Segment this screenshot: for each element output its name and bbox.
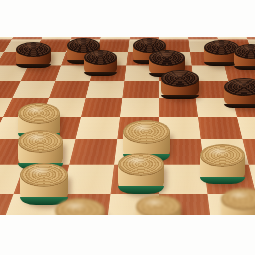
piece-felt-base xyxy=(118,186,164,194)
piece-top-face xyxy=(55,198,105,215)
piece-base-rim xyxy=(224,104,255,108)
piece-top-face xyxy=(136,195,181,215)
photo-margin-bottom xyxy=(0,215,255,255)
checker-piece-dark[interactable] xyxy=(161,70,199,99)
photo-margin-top xyxy=(0,0,255,37)
checker-piece-light[interactable] xyxy=(118,153,164,194)
checker-piece-dark[interactable] xyxy=(16,42,51,68)
piece-top-face xyxy=(118,153,164,176)
piece-top-face xyxy=(123,120,170,144)
piece-top-face xyxy=(18,103,60,124)
checkers-board-photo xyxy=(0,0,255,255)
checker-piece-dark[interactable] xyxy=(224,78,255,108)
board-area xyxy=(0,37,255,215)
piece-top-face xyxy=(161,70,199,87)
piece-base-rim xyxy=(16,64,51,68)
checker-piece-light[interactable] xyxy=(136,195,181,215)
piece-base-rim xyxy=(161,95,199,99)
piece-top-face xyxy=(16,42,51,57)
checker-piece-light[interactable] xyxy=(55,198,105,215)
checker-piece-light[interactable] xyxy=(221,188,255,215)
checker-piece-light[interactable] xyxy=(200,144,245,184)
pieces-layer xyxy=(0,37,255,215)
piece-top-face xyxy=(20,163,68,187)
piece-base-rim xyxy=(84,72,117,76)
piece-top-face xyxy=(18,130,63,153)
piece-felt-base xyxy=(200,177,245,184)
piece-base-rim xyxy=(234,66,255,70)
piece-top-face xyxy=(149,50,185,66)
piece-top-face xyxy=(84,50,117,65)
checker-piece-dark[interactable] xyxy=(234,44,255,70)
piece-top-face xyxy=(200,144,245,167)
checker-piece-dark[interactable] xyxy=(84,50,117,76)
